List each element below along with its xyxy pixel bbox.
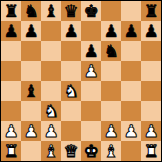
square-f6[interactable]: ♞ (101, 41, 121, 61)
square-b2[interactable]: ♟ (21, 121, 41, 141)
square-b7[interactable]: ♟ (21, 21, 41, 41)
square-h1[interactable]: ♜ (141, 141, 161, 161)
piece-white-knight: ♞ (63, 81, 78, 101)
piece-black-pawn: ♟ (83, 41, 98, 61)
square-f2[interactable]: ♟ (101, 121, 121, 141)
piece-white-bishop: ♝ (103, 141, 118, 161)
piece-white-pawn: ♟ (43, 121, 58, 141)
square-f8[interactable] (101, 1, 121, 21)
square-d6[interactable] (61, 41, 81, 61)
square-e7[interactable] (81, 21, 101, 41)
square-g6[interactable] (121, 41, 141, 61)
piece-white-rook: ♜ (143, 141, 158, 161)
square-a6[interactable] (1, 41, 21, 61)
piece-white-pawn: ♟ (83, 61, 98, 81)
square-d3[interactable] (61, 101, 81, 121)
square-c2[interactable]: ♟ (41, 121, 61, 141)
square-f7[interactable]: ♟ (101, 21, 121, 41)
piece-black-pawn: ♟ (23, 21, 38, 41)
piece-white-pawn: ♟ (23, 121, 38, 141)
square-g7[interactable]: ♟ (121, 21, 141, 41)
piece-white-knight: ♞ (43, 101, 58, 121)
square-e6[interactable]: ♟ (81, 41, 101, 61)
square-g8[interactable] (121, 1, 141, 21)
piece-black-rook: ♜ (3, 1, 18, 21)
square-b3[interactable] (21, 101, 41, 121)
square-e5[interactable]: ♟ (81, 61, 101, 81)
square-g1[interactable] (121, 141, 141, 161)
square-f5[interactable] (101, 61, 121, 81)
square-g2[interactable]: ♟ (121, 121, 141, 141)
square-f1[interactable]: ♝ (101, 141, 121, 161)
square-h8[interactable]: ♜ (141, 1, 161, 21)
square-h3[interactable] (141, 101, 161, 121)
square-a1[interactable]: ♜ (1, 141, 21, 161)
square-h5[interactable] (141, 61, 161, 81)
piece-white-pawn: ♟ (143, 121, 158, 141)
square-d8[interactable]: ♛ (61, 1, 81, 21)
piece-black-knight: ♞ (23, 1, 38, 21)
square-g4[interactable] (121, 81, 141, 101)
square-d7[interactable]: ♟ (61, 21, 81, 41)
piece-black-king: ♚ (83, 1, 98, 21)
piece-black-knight: ♞ (103, 41, 118, 61)
chess-board: ♜♞♝♛♚♜♟♟♟♟♟♟♟♞♟♝♞♞♟♟♟♟♟♟♜♝♛♚♝♜ (1, 1, 161, 161)
piece-black-pawn: ♟ (123, 21, 138, 41)
square-h6[interactable] (141, 41, 161, 61)
square-g5[interactable] (121, 61, 141, 81)
piece-black-queen: ♛ (63, 1, 78, 21)
square-a8[interactable]: ♜ (1, 1, 21, 21)
square-b8[interactable]: ♞ (21, 1, 41, 21)
square-b6[interactable] (21, 41, 41, 61)
square-d2[interactable] (61, 121, 81, 141)
piece-black-bishop: ♝ (43, 1, 58, 21)
square-c4[interactable] (41, 81, 61, 101)
piece-black-pawn: ♟ (3, 21, 18, 41)
piece-black-pawn: ♟ (63, 21, 78, 41)
square-e4[interactable] (81, 81, 101, 101)
square-h4[interactable] (141, 81, 161, 101)
square-c3[interactable]: ♞ (41, 101, 61, 121)
square-c6[interactable] (41, 41, 61, 61)
square-h2[interactable]: ♟ (141, 121, 161, 141)
square-e3[interactable] (81, 101, 101, 121)
square-h7[interactable]: ♟ (141, 21, 161, 41)
piece-black-rook: ♜ (143, 1, 158, 21)
square-a2[interactable]: ♟ (1, 121, 21, 141)
square-g3[interactable] (121, 101, 141, 121)
square-b4[interactable]: ♝ (21, 81, 41, 101)
square-c7[interactable] (41, 21, 61, 41)
square-c5[interactable] (41, 61, 61, 81)
square-e8[interactable]: ♚ (81, 1, 101, 21)
square-e1[interactable]: ♚ (81, 141, 101, 161)
square-b1[interactable] (21, 141, 41, 161)
chess-board-frame: ♜♞♝♛♚♜♟♟♟♟♟♟♟♞♟♝♞♞♟♟♟♟♟♟♜♝♛♚♝♜ (0, 0, 162, 162)
piece-white-pawn: ♟ (123, 121, 138, 141)
piece-white-pawn: ♟ (103, 121, 118, 141)
square-b5[interactable] (21, 61, 41, 81)
piece-white-king: ♚ (83, 141, 98, 161)
piece-black-pawn: ♟ (103, 21, 118, 41)
piece-black-pawn: ♟ (143, 21, 158, 41)
piece-white-rook: ♜ (3, 141, 18, 161)
piece-white-bishop: ♝ (43, 141, 58, 161)
square-d1[interactable]: ♛ (61, 141, 81, 161)
square-c1[interactable]: ♝ (41, 141, 61, 161)
square-a7[interactable]: ♟ (1, 21, 21, 41)
piece-white-queen: ♛ (63, 141, 78, 161)
square-d5[interactable] (61, 61, 81, 81)
square-e2[interactable] (81, 121, 101, 141)
square-a3[interactable] (1, 101, 21, 121)
square-a4[interactable] (1, 81, 21, 101)
square-f3[interactable] (101, 101, 121, 121)
square-c8[interactable]: ♝ (41, 1, 61, 21)
piece-white-pawn: ♟ (3, 121, 18, 141)
square-d4[interactable]: ♞ (61, 81, 81, 101)
square-f4[interactable] (101, 81, 121, 101)
square-a5[interactable] (1, 61, 21, 81)
piece-black-bishop: ♝ (23, 81, 38, 101)
